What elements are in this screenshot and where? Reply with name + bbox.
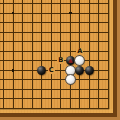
star-point <box>69 12 71 14</box>
white-stone[interactable] <box>75 56 84 65</box>
point-label-a[interactable]: A <box>76 48 83 55</box>
go-board[interactable]: ▲ABC <box>0 0 120 120</box>
point-label-b[interactable]: B <box>57 57 64 64</box>
star-point <box>12 69 14 71</box>
white-stone[interactable] <box>66 66 75 75</box>
black-stone[interactable] <box>75 66 84 75</box>
black-stone[interactable] <box>37 66 46 75</box>
black-stone[interactable]: ▲ <box>66 56 75 65</box>
black-stone[interactable] <box>85 66 94 75</box>
triangle-mark-icon: ▲ <box>68 58 72 64</box>
point-label-c[interactable]: C <box>48 67 55 74</box>
stones-layer: ▲ABC <box>0 0 120 120</box>
star-point <box>12 12 14 14</box>
white-stone[interactable] <box>66 75 75 84</box>
